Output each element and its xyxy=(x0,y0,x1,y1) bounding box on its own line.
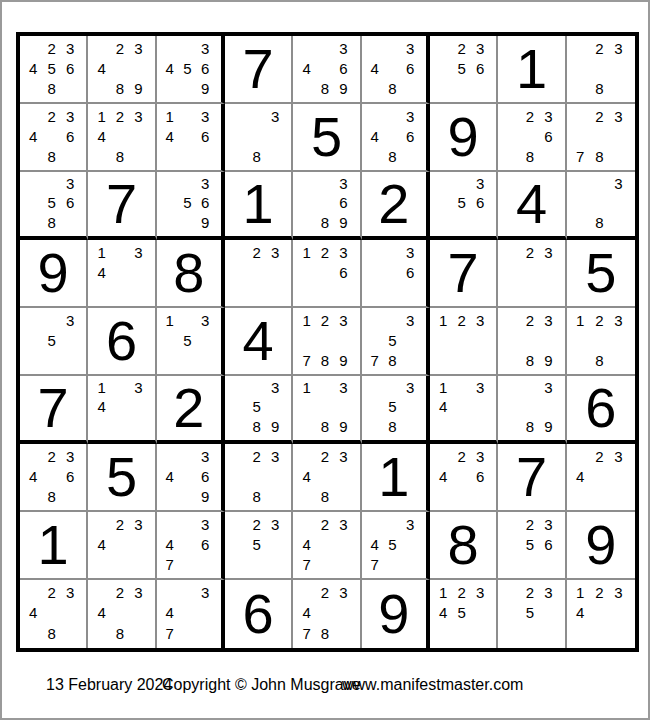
candidate-digit: 2 xyxy=(521,310,539,330)
given-digit: 5 xyxy=(88,444,154,510)
candidate-grid: 2368 xyxy=(502,106,557,166)
cell-r9c2[interactable]: 2348 xyxy=(88,580,156,648)
candidate-digit: 2 xyxy=(452,310,470,330)
candidate-empty xyxy=(401,78,419,98)
candidate-empty xyxy=(161,446,179,466)
cell-r5c7[interactable]: 123 xyxy=(430,308,498,376)
candidate-empty xyxy=(24,106,42,126)
candidate-grid: 2346 xyxy=(434,446,489,506)
cell-r5c8[interactable]: 2389 xyxy=(498,308,566,376)
candidate-empty xyxy=(178,534,196,554)
given-digit: 6 xyxy=(225,580,291,648)
given-digit: 9 xyxy=(20,240,86,306)
candidate-digit: 8 xyxy=(316,213,334,232)
candidate-empty xyxy=(401,282,419,302)
candidate-empty xyxy=(229,106,247,126)
candidate-empty xyxy=(366,282,384,302)
candidate-empty xyxy=(609,486,628,506)
cell-r7c6[interactable]: 1 xyxy=(362,444,430,512)
cell-r2c6[interactable]: 3468 xyxy=(362,104,430,172)
cell-r3c7[interactable]: 356 xyxy=(430,172,498,240)
candidate-empty xyxy=(452,397,470,416)
candidate-digit: 1 xyxy=(434,582,452,603)
candidate-grid: 134 xyxy=(92,378,147,436)
cell-r6c3[interactable]: 2 xyxy=(157,376,225,444)
candidate-empty xyxy=(383,262,401,282)
candidate-empty xyxy=(383,106,401,126)
candidate-digit: 2 xyxy=(521,242,539,262)
cell-r7c7[interactable]: 2346 xyxy=(430,444,498,512)
candidate-digit: 3 xyxy=(471,174,489,193)
candidate-empty xyxy=(129,417,147,436)
cell-r6c8[interactable]: 389 xyxy=(498,376,566,444)
candidate-empty xyxy=(61,78,79,98)
candidate-empty xyxy=(297,486,315,506)
candidate-empty xyxy=(609,78,628,98)
candidate-digit: 5 xyxy=(42,193,60,212)
candidate-digit: 3 xyxy=(129,38,147,58)
cell-r6c6[interactable]: 358 xyxy=(362,376,430,444)
candidate-empty xyxy=(366,242,384,262)
candidate-digit: 2 xyxy=(42,446,60,466)
candidate-empty xyxy=(502,282,520,302)
candidate-grid: 23 xyxy=(229,242,284,302)
cell-r2c5[interactable]: 5 xyxy=(293,104,361,172)
cell-r5c4[interactable]: 4 xyxy=(225,308,293,376)
candidate-digit: 8 xyxy=(111,78,129,98)
candidate-empty xyxy=(571,446,590,466)
cell-r1c2[interactable]: 23489 xyxy=(88,36,156,104)
candidate-empty xyxy=(571,330,590,350)
candidate-digit: 8 xyxy=(521,350,539,370)
candidate-empty xyxy=(161,193,179,212)
cell-r8c8[interactable]: 2356 xyxy=(498,512,566,580)
cell-r8c1[interactable]: 1 xyxy=(20,512,88,580)
candidate-empty xyxy=(521,554,539,574)
candidate-empty xyxy=(129,146,147,166)
cell-r2c1[interactable]: 23468 xyxy=(20,104,88,172)
cell-r2c7[interactable]: 9 xyxy=(430,104,498,172)
candidate-grid: 1234 xyxy=(571,582,628,644)
candidate-grid: 3589 xyxy=(229,378,284,436)
candidate-digit: 6 xyxy=(401,58,419,78)
candidate-digit: 8 xyxy=(42,486,60,506)
candidate-empty xyxy=(334,282,352,302)
candidate-grid: 23 xyxy=(502,242,557,302)
candidate-digit: 1 xyxy=(92,106,110,126)
candidate-empty xyxy=(366,397,384,416)
candidate-digit: 3 xyxy=(334,38,352,58)
candidate-empty xyxy=(229,378,247,397)
candidate-empty xyxy=(316,282,334,302)
candidate-empty xyxy=(401,417,419,436)
cell-r9c5[interactable]: 23478 xyxy=(293,580,361,648)
candidate-grid: 234 xyxy=(571,446,628,506)
candidate-empty xyxy=(178,603,196,624)
cell-r1c8[interactable]: 1 xyxy=(498,36,566,104)
cell-r4c4[interactable]: 23 xyxy=(225,240,293,308)
candidate-grid: 3468 xyxy=(366,38,419,98)
candidate-digit: 4 xyxy=(434,466,452,486)
candidate-digit: 5 xyxy=(452,603,470,624)
candidate-empty xyxy=(539,554,557,574)
candidate-digit: 8 xyxy=(111,623,129,644)
cell-r6c9[interactable]: 6 xyxy=(567,376,635,444)
cell-r2c3[interactable]: 1346 xyxy=(157,104,225,172)
candidate-empty xyxy=(297,78,315,98)
candidate-empty xyxy=(571,174,590,193)
candidate-empty xyxy=(111,397,129,416)
candidate-empty xyxy=(366,330,384,350)
candidate-grid: 38 xyxy=(571,174,628,232)
candidate-digit: 9 xyxy=(196,213,214,232)
candidate-digit: 8 xyxy=(383,350,401,370)
candidate-digit: 2 xyxy=(452,38,470,58)
cell-r3c4[interactable]: 1 xyxy=(225,172,293,240)
candidate-empty xyxy=(571,350,590,370)
cell-r4c5[interactable]: 1236 xyxy=(293,240,361,308)
candidate-empty xyxy=(590,58,609,78)
candidate-digit: 5 xyxy=(178,58,196,78)
candidate-grid: 1389 xyxy=(297,378,352,436)
candidate-digit: 4 xyxy=(92,262,110,282)
candidate-empty xyxy=(161,213,179,232)
candidate-digit: 5 xyxy=(42,330,60,350)
candidate-grid: 36 xyxy=(366,242,419,302)
cell-r2c8[interactable]: 2368 xyxy=(498,104,566,172)
candidate-empty xyxy=(178,554,196,574)
candidate-digit: 3 xyxy=(539,106,557,126)
candidate-digit: 1 xyxy=(434,310,452,330)
candidate-digit: 2 xyxy=(316,242,334,262)
candidate-empty xyxy=(24,174,42,193)
candidate-digit: 3 xyxy=(539,582,557,603)
candidate-digit: 6 xyxy=(401,262,419,282)
candidate-digit: 6 xyxy=(471,193,489,212)
candidate-digit: 2 xyxy=(590,106,609,126)
cell-r7c8[interactable]: 7 xyxy=(498,444,566,512)
cell-r9c1[interactable]: 2348 xyxy=(20,580,88,648)
candidate-empty xyxy=(452,174,470,193)
candidate-empty xyxy=(316,174,334,193)
cell-r4c1[interactable]: 9 xyxy=(20,240,88,308)
candidate-empty xyxy=(366,310,384,330)
candidate-empty xyxy=(316,38,334,58)
candidate-empty xyxy=(92,78,110,98)
cell-r9c6[interactable]: 9 xyxy=(362,580,430,648)
candidate-empty xyxy=(609,126,628,146)
candidate-digit: 1 xyxy=(571,310,590,330)
given-digit: 1 xyxy=(362,444,426,510)
cell-r1c5[interactable]: 34689 xyxy=(293,36,361,104)
candidate-digit: 8 xyxy=(383,78,401,98)
candidate-digit: 1 xyxy=(92,378,110,397)
candidate-empty xyxy=(502,514,520,534)
candidate-digit: 5 xyxy=(178,193,196,212)
cell-r8c2[interactable]: 234 xyxy=(88,512,156,580)
candidate-digit: 8 xyxy=(316,417,334,436)
candidate-digit: 3 xyxy=(334,446,352,466)
cell-r8c9[interactable]: 9 xyxy=(567,512,635,580)
candidate-digit: 4 xyxy=(24,466,42,486)
cell-r9c4[interactable]: 6 xyxy=(225,580,293,648)
candidate-digit: 4 xyxy=(92,126,110,146)
cell-r7c2[interactable]: 5 xyxy=(88,444,156,512)
cell-r4c8[interactable]: 23 xyxy=(498,240,566,308)
candidate-empty xyxy=(247,378,265,397)
cell-r3c8[interactable]: 4 xyxy=(498,172,566,240)
candidate-empty xyxy=(334,486,352,506)
cell-r8c4[interactable]: 235 xyxy=(225,512,293,580)
candidate-empty xyxy=(452,350,470,370)
candidate-digit: 3 xyxy=(196,174,214,193)
candidate-empty xyxy=(24,38,42,58)
candidate-empty xyxy=(297,193,315,212)
given-digit: 7 xyxy=(88,172,154,236)
candidate-empty xyxy=(452,623,470,644)
candidate-digit: 1 xyxy=(161,106,179,126)
candidate-empty xyxy=(92,38,110,58)
cell-r4c9[interactable]: 5 xyxy=(567,240,635,308)
cell-r3c6[interactable]: 2 xyxy=(362,172,430,240)
cell-r1c7[interactable]: 2356 xyxy=(430,36,498,104)
candidate-grid: 238 xyxy=(571,38,628,98)
candidate-empty xyxy=(502,350,520,370)
cell-r8c6[interactable]: 3457 xyxy=(362,512,430,580)
candidate-digit: 3 xyxy=(61,106,79,126)
cell-r5c1[interactable]: 35 xyxy=(20,308,88,376)
candidate-digit: 4 xyxy=(92,603,110,624)
candidate-digit: 8 xyxy=(590,146,609,166)
cell-r3c2[interactable]: 7 xyxy=(88,172,156,240)
cell-r1c3[interactable]: 34569 xyxy=(157,36,225,104)
candidate-grid: 347 xyxy=(161,582,214,644)
candidate-digit: 3 xyxy=(334,582,352,603)
candidate-empty xyxy=(61,623,79,644)
candidate-empty xyxy=(434,193,452,212)
candidate-empty xyxy=(42,603,60,624)
candidate-digit: 4 xyxy=(571,466,590,486)
cell-r5c3[interactable]: 135 xyxy=(157,308,225,376)
cell-r3c9[interactable]: 38 xyxy=(567,172,635,240)
candidate-grid: 3569 xyxy=(161,174,214,232)
candidate-digit: 3 xyxy=(334,310,352,330)
candidate-grid: 23468 xyxy=(24,446,79,506)
candidate-digit: 7 xyxy=(297,554,315,574)
candidate-empty xyxy=(229,534,247,554)
candidate-empty xyxy=(366,78,384,98)
cell-r4c2[interactable]: 134 xyxy=(88,240,156,308)
candidate-digit: 9 xyxy=(334,213,352,232)
candidate-empty xyxy=(129,58,147,78)
candidate-digit: 8 xyxy=(590,78,609,98)
cell-r4c7[interactable]: 7 xyxy=(430,240,498,308)
candidate-empty xyxy=(111,603,129,624)
given-digit: 9 xyxy=(567,512,635,578)
candidate-empty xyxy=(129,262,147,282)
cell-r9c7[interactable]: 12345 xyxy=(430,580,498,648)
candidate-empty xyxy=(316,378,334,397)
candidate-empty xyxy=(539,330,557,350)
cell-r7c1[interactable]: 23468 xyxy=(20,444,88,512)
cell-r5c5[interactable]: 123789 xyxy=(293,308,361,376)
candidate-digit: 3 xyxy=(401,310,419,330)
candidate-digit: 7 xyxy=(366,554,384,574)
candidate-empty xyxy=(521,282,539,302)
cell-r3c5[interactable]: 3689 xyxy=(293,172,361,240)
candidate-empty xyxy=(471,330,489,350)
cell-r1c1[interactable]: 234568 xyxy=(20,36,88,104)
candidate-empty xyxy=(92,554,110,574)
candidate-digit: 3 xyxy=(129,242,147,262)
candidate-digit: 9 xyxy=(334,350,352,370)
cell-r1c4[interactable]: 7 xyxy=(225,36,293,104)
candidate-digit: 4 xyxy=(92,534,110,554)
candidate-digit: 6 xyxy=(61,58,79,78)
candidate-empty xyxy=(229,262,247,282)
candidate-empty xyxy=(229,466,247,486)
candidate-empty xyxy=(502,262,520,282)
candidate-empty xyxy=(590,174,609,193)
cell-r2c9[interactable]: 2378 xyxy=(567,104,635,172)
cell-r5c2[interactable]: 6 xyxy=(88,308,156,376)
candidate-empty xyxy=(161,514,179,534)
cell-r8c7[interactable]: 8 xyxy=(430,512,498,580)
cell-r6c5[interactable]: 1389 xyxy=(293,376,361,444)
cell-r3c1[interactable]: 3568 xyxy=(20,172,88,240)
cell-r4c3[interactable]: 8 xyxy=(157,240,225,308)
given-digit: 1 xyxy=(225,172,291,236)
candidate-empty xyxy=(521,262,539,282)
candidate-digit: 7 xyxy=(161,554,179,574)
cell-r1c9[interactable]: 238 xyxy=(567,36,635,104)
candidate-empty xyxy=(229,126,247,146)
cell-r2c4[interactable]: 38 xyxy=(225,104,293,172)
candidate-empty xyxy=(42,174,60,193)
candidate-digit: 5 xyxy=(452,193,470,212)
cell-r2c2[interactable]: 12348 xyxy=(88,104,156,172)
candidate-empty xyxy=(178,174,196,193)
candidate-grid: 123789 xyxy=(297,310,352,370)
candidate-empty xyxy=(247,554,265,574)
candidate-empty xyxy=(247,106,265,126)
candidate-digit: 1 xyxy=(297,242,315,262)
candidate-empty xyxy=(571,58,590,78)
candidate-empty xyxy=(266,262,284,282)
candidate-empty xyxy=(24,486,42,506)
candidate-empty xyxy=(571,78,590,98)
candidate-empty xyxy=(571,623,590,644)
candidate-digit: 2 xyxy=(316,310,334,330)
candidate-digit: 7 xyxy=(297,623,315,644)
cell-r7c4[interactable]: 238 xyxy=(225,444,293,512)
cell-r1c6[interactable]: 3468 xyxy=(362,36,430,104)
given-digit: 4 xyxy=(498,172,564,236)
candidate-empty xyxy=(316,262,334,282)
candidate-digit: 3 xyxy=(196,310,214,330)
candidate-digit: 9 xyxy=(334,417,352,436)
cell-r8c5[interactable]: 2347 xyxy=(293,512,361,580)
cell-r7c3[interactable]: 3469 xyxy=(157,444,225,512)
candidate-empty xyxy=(61,603,79,624)
cell-r3c3[interactable]: 3569 xyxy=(157,172,225,240)
candidate-empty xyxy=(434,213,452,232)
candidate-empty xyxy=(539,603,557,624)
candidate-empty xyxy=(383,282,401,302)
candidate-empty xyxy=(590,623,609,644)
candidate-empty xyxy=(178,126,196,146)
cell-r4c6[interactable]: 36 xyxy=(362,240,430,308)
candidate-grid: 38 xyxy=(229,106,284,166)
candidate-empty xyxy=(229,554,247,574)
candidate-digit: 8 xyxy=(521,146,539,166)
candidate-empty xyxy=(539,623,557,644)
candidate-digit: 4 xyxy=(92,58,110,78)
cell-r9c9[interactable]: 1234 xyxy=(567,580,635,648)
candidate-empty xyxy=(111,554,129,574)
candidate-empty xyxy=(229,242,247,262)
cell-r6c2[interactable]: 134 xyxy=(88,376,156,444)
candidate-empty xyxy=(111,534,129,554)
cell-r9c8[interactable]: 235 xyxy=(498,580,566,648)
candidate-empty xyxy=(502,242,520,262)
candidate-empty xyxy=(61,350,79,370)
cell-r8c3[interactable]: 3467 xyxy=(157,512,225,580)
candidate-empty xyxy=(334,554,352,574)
candidate-digit: 3 xyxy=(266,446,284,466)
candidate-digit: 3 xyxy=(609,38,628,58)
puzzle-page: 2345682348934569734689346823561238234681… xyxy=(0,0,650,720)
candidate-digit: 3 xyxy=(609,310,628,330)
candidate-digit: 4 xyxy=(366,58,384,78)
cell-r6c1[interactable]: 7 xyxy=(20,376,88,444)
candidate-empty xyxy=(502,146,520,166)
candidate-digit: 1 xyxy=(92,242,110,262)
candidate-empty xyxy=(42,350,60,370)
candidate-digit: 4 xyxy=(571,603,590,624)
cell-r7c5[interactable]: 2348 xyxy=(293,444,361,512)
candidate-empty xyxy=(266,486,284,506)
candidate-empty xyxy=(383,38,401,58)
candidate-empty xyxy=(316,603,334,624)
candidate-digit: 2 xyxy=(590,310,609,330)
cell-r6c4[interactable]: 3589 xyxy=(225,376,293,444)
candidate-digit: 1 xyxy=(297,310,315,330)
given-digit: 6 xyxy=(88,308,154,374)
candidate-grid: 3467 xyxy=(161,514,214,574)
candidate-empty xyxy=(24,582,42,603)
candidate-empty xyxy=(92,623,110,644)
candidate-grid: 123 xyxy=(434,310,489,370)
candidate-empty xyxy=(471,350,489,370)
candidate-digit: 3 xyxy=(471,582,489,603)
cell-r5c9[interactable]: 1238 xyxy=(567,308,635,376)
cell-r7c9[interactable]: 234 xyxy=(567,444,635,512)
candidate-digit: 3 xyxy=(609,174,628,193)
candidate-digit: 2 xyxy=(316,446,334,466)
cell-r6c7[interactable]: 134 xyxy=(430,376,498,444)
candidate-grid: 3689 xyxy=(297,174,352,232)
footer-website: www.manifestmaster.com xyxy=(342,676,523,694)
candidate-digit: 3 xyxy=(196,106,214,126)
candidate-empty xyxy=(161,486,179,506)
candidate-digit: 5 xyxy=(247,397,265,416)
cell-r5c6[interactable]: 3578 xyxy=(362,308,430,376)
footer-copyright: Copyright © John Musgrave xyxy=(162,676,361,694)
candidate-empty xyxy=(196,603,214,624)
cell-r9c3[interactable]: 347 xyxy=(157,580,225,648)
candidate-digit: 4 xyxy=(24,603,42,624)
